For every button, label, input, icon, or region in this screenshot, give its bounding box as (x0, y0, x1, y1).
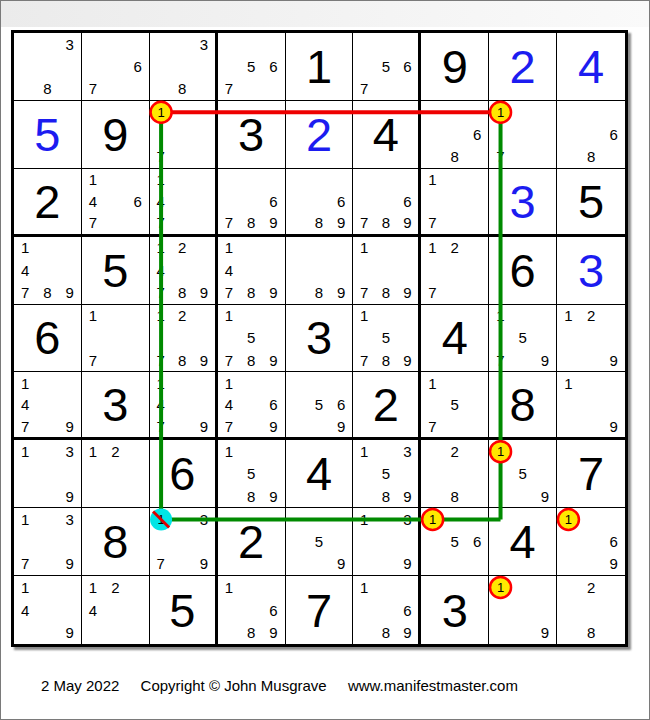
footer: 2 May 2022 Copyright © John Musgrave www… (41, 677, 535, 694)
cell-r1c3[interactable]: 38 (150, 33, 218, 101)
cell-value: 5 (102, 247, 128, 294)
cell-r6c5[interactable]: 569 (286, 372, 354, 440)
pencil-marks: 14789 (14, 237, 81, 304)
pencil-mark: 1 (82, 440, 104, 462)
pencil-mark: 6 (330, 190, 352, 212)
pencil-marks: 156 (421, 508, 488, 575)
pencil-mark: 1 (150, 508, 172, 530)
cell-value: 6 (169, 450, 195, 497)
cell-value: 8 (102, 518, 128, 565)
cell-r3c4[interactable]: 6789 (218, 169, 286, 237)
cell-value: 2 (238, 518, 264, 565)
pencil-marks: 1479 (14, 372, 81, 437)
cell-r4c6[interactable]: 1789 (353, 237, 421, 305)
pencil-marks: 15789 (218, 305, 285, 372)
cell-r4c1[interactable]: 14789 (14, 237, 82, 305)
cell-value: 2 (510, 43, 536, 90)
pencil-mark: 6 (262, 55, 284, 77)
pencil-mark: 9 (59, 281, 81, 303)
pencil-marks: 38 (150, 33, 215, 100)
pencil-marks: 169 (557, 508, 625, 575)
pencil-mark: 6 (262, 190, 284, 212)
pencil-mark: 7 (218, 78, 240, 100)
pencil-mark: 6 (397, 599, 419, 622)
pencil-mark: 1 (489, 440, 511, 462)
pencil-mark: 7 (218, 212, 240, 234)
pencil-marks: 17 (82, 305, 149, 372)
cell-r7c8[interactable]: 159 (489, 440, 557, 508)
pencil-marks: 68 (421, 101, 488, 168)
cell-value: 4 (442, 314, 468, 361)
pencil-mark: 1 (218, 440, 240, 462)
cell-value: 4 (510, 518, 536, 565)
cell-r3c3[interactable]: 147 (150, 169, 218, 237)
cell-r4c4[interactable]: 14789 (218, 237, 286, 305)
cell-value: 4 (373, 111, 399, 158)
cell-r3c5[interactable]: 689 (286, 169, 354, 237)
pencil-mark: 1 (421, 169, 443, 191)
cell-r7c6[interactable]: 13589 (353, 440, 421, 508)
cell-value: 7 (578, 450, 604, 497)
pencil-mark: 4 (150, 190, 172, 212)
cell-r8c8[interactable]: 4 (489, 508, 557, 576)
pencil-mark: 8 (580, 621, 603, 644)
pencil-mark: 1 (150, 305, 172, 327)
pencil-marks: 6789 (218, 169, 285, 234)
cell-r9c1[interactable]: 149 (14, 576, 82, 644)
pencil-mark: 5 (375, 463, 397, 485)
cell-r2c4[interactable]: 3 (218, 101, 286, 169)
pencil-mark: 8 (171, 349, 193, 371)
pencil-mark: 9 (59, 621, 81, 644)
pencil-mark: 6 (330, 394, 352, 416)
pencil-mark: 1 (150, 101, 172, 123)
pencil-marks: 1689 (353, 576, 418, 644)
pencil-mark: 1 (421, 237, 443, 259)
cell-r3c1[interactable]: 2 (14, 169, 82, 237)
pencil-mark: 7 (150, 416, 172, 438)
pencil-mark: 4 (14, 394, 36, 416)
cell-r7c5[interactable]: 4 (286, 440, 354, 508)
pencil-mark: 9 (534, 485, 556, 507)
cell-r6c3[interactable]: 1479 (150, 372, 218, 440)
cell-r7c2[interactable]: 12 (82, 440, 150, 508)
cell-value: 6 (34, 314, 60, 361)
pencil-mark: 7 (218, 349, 240, 371)
pencil-mark: 9 (262, 212, 284, 234)
cell-r7c4[interactable]: 1589 (218, 440, 286, 508)
pencil-mark: 3 (193, 33, 215, 55)
pencil-mark: 4 (218, 259, 240, 281)
pencil-mark: 1 (421, 372, 443, 394)
pencil-mark: 1 (14, 372, 36, 394)
pencil-mark: 9 (59, 416, 81, 438)
pencil-mark: 9 (330, 212, 352, 234)
pencil-marks: 67 (82, 33, 149, 100)
cell-r8c6[interactable]: 139 (353, 508, 421, 576)
cell-r8c1[interactable]: 1379 (14, 508, 82, 576)
pencil-mark: 8 (375, 281, 397, 303)
pencil-marks: 12 (82, 440, 149, 507)
cell-r5c8[interactable]: 1579 (489, 305, 557, 373)
pencil-mark: 8 (240, 621, 262, 644)
pencil-mark: 6 (397, 190, 419, 212)
cell-r1c2[interactable]: 67 (82, 33, 150, 101)
pencil-mark: 9 (602, 553, 625, 575)
cell-r2c1[interactable]: 5 (14, 101, 82, 169)
pencil-mark: 9 (330, 553, 352, 575)
cell-r2c5[interactable]: 2 (286, 101, 354, 169)
cell-value: 1 (306, 43, 332, 90)
pencil-mark: 4 (14, 259, 36, 281)
pencil-marks: 124 (82, 576, 149, 644)
pencil-mark: 9 (397, 281, 419, 303)
pencil-mark: 2 (171, 305, 193, 327)
pencil-mark: 7 (14, 281, 36, 303)
cell-value: 9 (442, 43, 468, 90)
cell-r4c7[interactable]: 127 (421, 237, 489, 305)
cell-r3c7[interactable]: 17 (421, 169, 489, 237)
cell-r5c4[interactable]: 15789 (218, 305, 286, 373)
pencil-mark: 8 (171, 78, 193, 100)
pencil-marks: 139 (14, 440, 81, 507)
pencil-mark: 7 (150, 212, 172, 234)
cell-r8c5[interactable]: 59 (286, 508, 354, 576)
pencil-mark: 8 (375, 485, 397, 507)
cell-r7c1[interactable]: 139 (14, 440, 82, 508)
cell-r9c5[interactable]: 7 (286, 576, 354, 644)
pencil-marks: 1467 (82, 169, 149, 234)
pencil-mark: 8 (240, 485, 262, 507)
cell-r5c1[interactable]: 6 (14, 305, 82, 373)
cell-r6c7[interactable]: 157 (421, 372, 489, 440)
cell-r2c8[interactable]: 17 (489, 101, 557, 169)
cell-r1c4[interactable]: 567 (218, 33, 286, 101)
cell-r2c9[interactable]: 68 (557, 101, 625, 169)
pencil-mark: 8 (171, 281, 193, 303)
cell-r1c9[interactable]: 4 (557, 33, 625, 101)
pencil-marks: 14789 (218, 237, 285, 304)
cell-value: 3 (510, 178, 536, 225)
cell-r6c1[interactable]: 1479 (14, 372, 82, 440)
pencil-mark: 8 (36, 78, 58, 100)
pencil-mark: 6 (466, 531, 488, 553)
pencil-mark: 8 (375, 349, 397, 371)
cell-r8c9[interactable]: 169 (557, 508, 625, 576)
pencil-mark: 1 (489, 576, 511, 599)
pencil-mark: 5 (444, 531, 466, 553)
pencil-mark: 7 (82, 212, 104, 234)
cell-r5c6[interactable]: 15789 (353, 305, 421, 373)
cell-r8c3[interactable]: 1379 (150, 508, 218, 576)
cell-r9c2[interactable]: 124 (82, 576, 150, 644)
pencil-mark: 5 (240, 327, 262, 349)
cell-r9c7[interactable]: 3 (421, 576, 489, 644)
cell-value: 2 (373, 381, 399, 428)
pencil-mark: 8 (308, 281, 330, 303)
cell-r6c8[interactable]: 8 (489, 372, 557, 440)
pencil-mark: 9 (262, 416, 284, 438)
pencil-mark: 8 (36, 281, 58, 303)
cell-r3c8[interactable]: 3 (489, 169, 557, 237)
cell-r7c3[interactable]: 6 (150, 440, 218, 508)
pencil-marks: 17 (489, 101, 556, 168)
cell-r1c7[interactable]: 9 (421, 33, 489, 101)
pencil-marks: 127 (421, 237, 488, 304)
pencil-mark: 1 (82, 576, 104, 599)
cell-r5c7[interactable]: 4 (421, 305, 489, 373)
pencil-mark: 9 (602, 349, 625, 371)
pencil-mark: 4 (218, 394, 240, 416)
pencil-mark: 1 (14, 237, 36, 259)
pencil-mark: 1 (218, 576, 240, 599)
pencil-marks: 129 (557, 305, 625, 372)
pencil-mark: 4 (14, 599, 36, 622)
pencil-mark: 4 (82, 190, 104, 212)
pencil-mark: 1 (218, 372, 240, 394)
pencil-mark: 6 (466, 123, 488, 145)
pencil-mark: 8 (580, 145, 603, 167)
pencil-mark: 1 (353, 305, 375, 327)
cell-r6c9[interactable]: 19 (557, 372, 625, 440)
pencil-mark: 1 (557, 372, 580, 394)
cell-r9c6[interactable]: 1689 (353, 576, 421, 644)
pencil-mark: 9 (59, 485, 81, 507)
pencil-mark: 9 (262, 621, 284, 644)
cell-value: 3 (442, 587, 468, 634)
pencil-mark: 1 (14, 508, 36, 530)
pencil-marks: 89 (286, 237, 353, 304)
pencil-mark: 8 (240, 281, 262, 303)
pencil-mark: 1 (489, 305, 511, 327)
cell-r2c2[interactable]: 9 (82, 101, 150, 169)
pencil-marks: 689 (286, 169, 353, 234)
pencil-mark: 5 (512, 463, 534, 485)
cell-r8c2[interactable]: 8 (82, 508, 150, 576)
pencil-marks: 157 (421, 372, 488, 437)
cell-r3c2[interactable]: 1467 (82, 169, 150, 237)
pencil-marks: 567 (218, 33, 285, 100)
cell-r9c4[interactable]: 1689 (218, 576, 286, 644)
cell-r8c4[interactable]: 2 (218, 508, 286, 576)
pencil-marks: 17 (150, 101, 215, 168)
pencil-marks: 28 (557, 576, 625, 644)
pencil-marks: 124789 (150, 237, 215, 304)
cell-r4c3[interactable]: 124789 (150, 237, 218, 305)
pencil-mark: 1 (82, 169, 104, 191)
cell-r5c2[interactable]: 17 (82, 305, 150, 373)
pencil-mark: 9 (534, 621, 556, 644)
cell-value: 6 (510, 247, 536, 294)
pencil-mark: 5 (375, 327, 397, 349)
cell-r6c2[interactable]: 3 (82, 372, 150, 440)
pencil-mark: 2 (171, 237, 193, 259)
cell-r4c8[interactable]: 6 (489, 237, 557, 305)
pencil-mark: 7 (489, 349, 511, 371)
pencil-mark: 4 (150, 394, 172, 416)
pencil-mark: 1 (14, 576, 36, 599)
pencil-mark: 1 (150, 237, 172, 259)
pencil-mark: 9 (59, 553, 81, 575)
pencil-mark: 4 (150, 259, 172, 281)
pencil-mark: 2 (444, 237, 466, 259)
cell-r8c7[interactable]: 156 (421, 508, 489, 576)
footer-website[interactable]: www.manifestmaster.com (348, 677, 518, 694)
pencil-mark: 8 (240, 349, 262, 371)
pencil-mark: 1 (218, 305, 240, 327)
pencil-mark: 6 (262, 394, 284, 416)
pencil-mark: 5 (240, 463, 262, 485)
pencil-mark: 7 (150, 553, 172, 575)
pencil-mark: 5 (375, 55, 397, 77)
cell-r1c8[interactable]: 2 (489, 33, 557, 101)
pencil-marks: 13589 (353, 440, 418, 507)
pencil-mark: 1 (150, 169, 172, 191)
cell-r5c3[interactable]: 12789 (150, 305, 218, 373)
pencil-mark: 9 (534, 349, 556, 371)
pencil-mark: 4 (82, 599, 104, 622)
cell-r4c5[interactable]: 89 (286, 237, 354, 305)
pencil-marks: 15789 (353, 305, 418, 372)
pencil-marks: 139 (353, 508, 418, 575)
pencil-mark: 9 (262, 281, 284, 303)
pencil-mark: 7 (82, 349, 104, 371)
footer-date: 2 May 2022 (41, 677, 119, 694)
pencil-mark: 7 (150, 281, 172, 303)
cell-r6c4[interactable]: 14679 (218, 372, 286, 440)
pencil-mark: 7 (421, 281, 443, 303)
cell-r7c7[interactable]: 28 (421, 440, 489, 508)
pencil-marks: 12789 (150, 305, 215, 372)
pencil-marks: 1789 (353, 237, 418, 304)
cell-r4c2[interactable]: 5 (82, 237, 150, 305)
pencil-mark: 2 (104, 576, 126, 599)
pencil-mark: 7 (353, 78, 375, 100)
pencil-mark: 9 (193, 416, 215, 438)
pencil-mark: 8 (240, 212, 262, 234)
pencil-mark: 6 (126, 55, 148, 77)
cell-value: 5 (34, 111, 60, 158)
pencil-mark: 7 (218, 281, 240, 303)
pencil-mark: 1 (353, 440, 375, 462)
cell-r5c9[interactable]: 129 (557, 305, 625, 373)
cell-r3c6[interactable]: 6789 (353, 169, 421, 237)
pencil-mark: 2 (580, 305, 603, 327)
sudoku-board: 3867385671567924591732468176821467147678… (11, 30, 628, 647)
cell-r9c9[interactable]: 28 (557, 576, 625, 644)
cell-r3c9[interactable]: 5 (557, 169, 625, 237)
page: 3867385671567924591732468176821467147678… (0, 0, 650, 720)
cell-r2c6[interactable]: 4 (353, 101, 421, 169)
pencil-mark: 5 (240, 55, 262, 77)
pencil-mark: 1 (353, 508, 375, 530)
pencil-mark: 1 (421, 508, 443, 530)
pencil-mark: 1 (489, 101, 511, 123)
pencil-mark: 7 (150, 145, 172, 167)
pencil-mark: 1 (557, 508, 580, 530)
cell-r1c5[interactable]: 1 (286, 33, 354, 101)
pencil-marks: 19 (489, 576, 556, 644)
cell-r1c1[interactable]: 38 (14, 33, 82, 101)
pencil-mark: 3 (59, 508, 81, 530)
pencil-marks: 1589 (218, 440, 285, 507)
cell-value: 2 (306, 111, 332, 158)
cell-r4c9[interactable]: 3 (557, 237, 625, 305)
pencil-mark: 6 (602, 123, 625, 145)
cell-r2c7[interactable]: 68 (421, 101, 489, 169)
pencil-mark: 3 (59, 440, 81, 462)
pencil-mark: 3 (397, 440, 419, 462)
cell-value: 8 (510, 381, 536, 428)
pencil-mark: 7 (353, 281, 375, 303)
cell-r6c6[interactable]: 2 (353, 372, 421, 440)
pencil-mark: 6 (397, 55, 419, 77)
cell-value: 4 (578, 43, 604, 90)
pencil-mark: 7 (489, 145, 511, 167)
pencil-mark: 9 (193, 553, 215, 575)
pencil-marks: 147 (150, 169, 215, 234)
pencil-marks: 19 (557, 372, 625, 437)
pencil-mark: 7 (14, 553, 36, 575)
pencil-marks: 569 (286, 372, 353, 437)
cell-value: 3 (238, 111, 264, 158)
pencil-mark: 9 (602, 416, 625, 438)
pencil-mark: 5 (308, 394, 330, 416)
pencil-mark: 6 (262, 599, 284, 622)
pencil-mark: 8 (375, 621, 397, 644)
pencil-marks: 6789 (353, 169, 418, 234)
pencil-mark: 1 (82, 305, 104, 327)
pencil-mark: 9 (193, 349, 215, 371)
cell-value: 2 (34, 178, 60, 225)
pencil-mark: 9 (330, 281, 352, 303)
pencil-marks: 1379 (150, 508, 215, 575)
pencil-mark: 9 (262, 485, 284, 507)
footer-copyright: Copyright © John Musgrave (141, 677, 327, 694)
pencil-mark: 8 (444, 485, 466, 507)
cell-r2c3[interactable]: 17 (150, 101, 218, 169)
top-band (1, 1, 649, 27)
pencil-mark: 9 (397, 485, 419, 507)
pencil-mark: 3 (59, 33, 81, 55)
pencil-marks: 17 (421, 169, 488, 234)
pencil-mark: 2 (580, 576, 603, 599)
pencil-mark: 1 (218, 237, 240, 259)
pencil-marks: 149 (14, 576, 81, 644)
pencil-mark: 6 (126, 190, 148, 212)
pencil-mark: 7 (82, 78, 104, 100)
pencil-mark: 9 (397, 212, 419, 234)
pencil-mark: 7 (421, 212, 443, 234)
pencil-marks: 14679 (218, 372, 285, 437)
cell-r5c5[interactable]: 3 (286, 305, 354, 373)
cell-value: 9 (102, 111, 128, 158)
cell-value: 3 (102, 381, 128, 428)
cell-r9c8[interactable]: 19 (489, 576, 557, 644)
pencil-mark: 5 (308, 531, 330, 553)
pencil-marks: 567 (353, 33, 418, 100)
pencil-mark: 9 (193, 281, 215, 303)
cell-r9c3[interactable]: 5 (150, 576, 218, 644)
cell-value: 7 (306, 587, 332, 634)
pencil-mark: 5 (512, 327, 534, 349)
cell-r7c9[interactable]: 7 (557, 440, 625, 508)
pencil-mark: 5 (444, 394, 466, 416)
pencil-marks: 1689 (218, 576, 285, 644)
pencil-marks: 38 (14, 33, 81, 100)
pencil-mark: 6 (602, 531, 625, 553)
cell-r1c6[interactable]: 567 (353, 33, 421, 101)
